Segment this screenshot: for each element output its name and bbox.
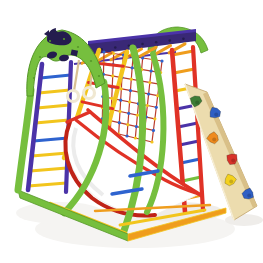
net-bead bbox=[127, 112, 130, 115]
net-bead bbox=[141, 56, 144, 59]
net-bead bbox=[118, 110, 121, 113]
bolt-head bbox=[114, 46, 117, 49]
net-bead bbox=[160, 59, 163, 62]
hold-shadow bbox=[247, 194, 251, 198]
net-bead bbox=[150, 140, 153, 143]
floor-shadow bbox=[225, 214, 263, 226]
net-bead bbox=[134, 136, 137, 139]
net-bead bbox=[102, 50, 105, 53]
hold-shadow bbox=[229, 180, 233, 184]
net-bead bbox=[112, 52, 115, 55]
hold-shadow bbox=[214, 113, 218, 117]
net-bead bbox=[118, 121, 121, 124]
net-bead bbox=[153, 117, 156, 120]
play-gym-illustration bbox=[0, 0, 263, 263]
net-bead bbox=[111, 74, 114, 77]
bolt-head bbox=[90, 60, 92, 62]
bolt-head bbox=[49, 40, 51, 42]
bolt-head bbox=[33, 77, 35, 79]
net-bead bbox=[136, 114, 139, 117]
bolt-head bbox=[155, 41, 158, 44]
net-bead bbox=[129, 89, 132, 92]
bolt-head bbox=[77, 46, 79, 48]
net-bead bbox=[135, 125, 138, 128]
product-photo bbox=[0, 0, 263, 263]
net-bead bbox=[125, 134, 128, 137]
net-bead bbox=[119, 99, 122, 102]
bolt-head bbox=[182, 38, 185, 41]
net-bead bbox=[128, 100, 131, 103]
net-bead bbox=[147, 92, 150, 95]
hold-shadow bbox=[195, 101, 199, 105]
bolt-head bbox=[98, 75, 100, 77]
hold-shadow bbox=[212, 138, 216, 142]
net-bead bbox=[152, 129, 155, 132]
net-bead bbox=[126, 123, 129, 126]
net-bead bbox=[148, 81, 151, 84]
hold-shadow bbox=[231, 159, 235, 163]
net-bead bbox=[130, 78, 133, 81]
net-bead bbox=[131, 66, 134, 69]
net-bead bbox=[155, 106, 158, 109]
bolt-head bbox=[168, 39, 171, 42]
net-bead bbox=[149, 69, 152, 72]
bolt-head bbox=[63, 38, 65, 40]
bolt-head bbox=[141, 43, 144, 46]
net-bead bbox=[146, 104, 149, 107]
bolt-head bbox=[39, 56, 41, 58]
